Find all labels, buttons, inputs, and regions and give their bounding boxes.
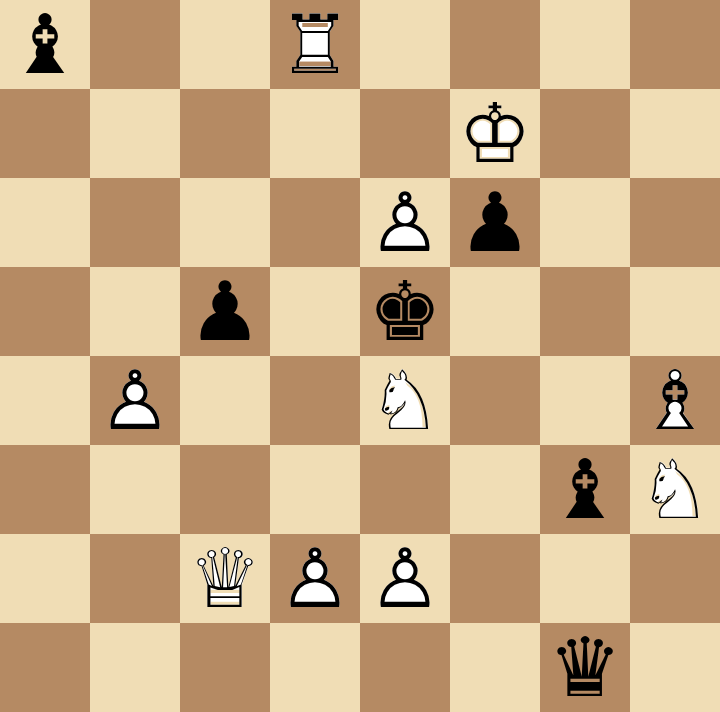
square-e7[interactable] [360,89,450,178]
square-c2[interactable]: ♛♕ [180,534,270,623]
square-d6[interactable] [270,178,360,267]
queen-glyph: ♛ [540,623,630,712]
piece-white-rook[interactable]: ♜♖ [270,0,360,89]
piece-black-pawn[interactable]: ♟ [180,267,270,356]
knight-glyph-outline: ♘ [630,445,720,534]
chess-board: ♝♜♖♚♔♟♙♟♟♚♟♙♞♘♝♗♝♞♘♛♕♟♙♟♙♛ [0,0,720,712]
square-h4[interactable]: ♝♗ [630,356,720,445]
piece-white-pawn[interactable]: ♟♙ [90,356,180,445]
piece-black-bishop[interactable]: ♝ [0,0,90,89]
square-f3[interactable] [450,445,540,534]
chess-board-wrapper: ♝♜♖♚♔♟♙♟♟♚♟♙♞♘♝♗♝♞♘♛♕♟♙♟♙♛ [0,0,720,712]
square-f5[interactable] [450,267,540,356]
square-d8[interactable]: ♜♖ [270,0,360,89]
square-g4[interactable] [540,356,630,445]
pawn-glyph-outline: ♙ [90,356,180,445]
piece-black-king[interactable]: ♚ [360,267,450,356]
square-g7[interactable] [540,89,630,178]
king-glyph: ♚ [360,267,450,356]
square-h5[interactable] [630,267,720,356]
square-b1[interactable] [90,623,180,712]
square-f2[interactable] [450,534,540,623]
square-c1[interactable] [180,623,270,712]
square-e3[interactable] [360,445,450,534]
square-f8[interactable] [450,0,540,89]
piece-black-queen[interactable]: ♛ [540,623,630,712]
knight-glyph-outline: ♘ [360,356,450,445]
piece-black-pawn[interactable]: ♟ [450,178,540,267]
square-h8[interactable] [630,0,720,89]
square-c8[interactable] [180,0,270,89]
piece-black-bishop[interactable]: ♝ [540,445,630,534]
square-a7[interactable] [0,89,90,178]
piece-white-pawn[interactable]: ♟♙ [270,534,360,623]
square-a5[interactable] [0,267,90,356]
square-a3[interactable] [0,445,90,534]
square-g6[interactable] [540,178,630,267]
square-h2[interactable] [630,534,720,623]
square-h1[interactable] [630,623,720,712]
square-h6[interactable] [630,178,720,267]
square-b5[interactable] [90,267,180,356]
square-d2[interactable]: ♟♙ [270,534,360,623]
square-c3[interactable] [180,445,270,534]
square-b2[interactable] [90,534,180,623]
square-b8[interactable] [90,0,180,89]
square-a1[interactable] [0,623,90,712]
square-f1[interactable] [450,623,540,712]
king-glyph-outline: ♔ [450,89,540,178]
queen-glyph-outline: ♕ [180,534,270,623]
square-g5[interactable] [540,267,630,356]
pawn-glyph-outline: ♙ [360,178,450,267]
square-g2[interactable] [540,534,630,623]
piece-white-queen[interactable]: ♛♕ [180,534,270,623]
square-d1[interactable] [270,623,360,712]
square-e2[interactable]: ♟♙ [360,534,450,623]
square-g3[interactable]: ♝ [540,445,630,534]
square-a4[interactable] [0,356,90,445]
square-b3[interactable] [90,445,180,534]
square-g1[interactable]: ♛ [540,623,630,712]
square-c7[interactable] [180,89,270,178]
square-c4[interactable] [180,356,270,445]
square-e6[interactable]: ♟♙ [360,178,450,267]
rook-glyph-outline: ♖ [270,0,360,89]
square-a6[interactable] [0,178,90,267]
piece-white-knight[interactable]: ♞♘ [360,356,450,445]
square-d7[interactable] [270,89,360,178]
square-b4[interactable]: ♟♙ [90,356,180,445]
piece-white-bishop[interactable]: ♝♗ [630,356,720,445]
square-e4[interactable]: ♞♘ [360,356,450,445]
square-f6[interactable]: ♟ [450,178,540,267]
pawn-glyph-outline: ♙ [270,534,360,623]
square-f4[interactable] [450,356,540,445]
square-d3[interactable] [270,445,360,534]
square-a8[interactable]: ♝ [0,0,90,89]
bishop-glyph-outline: ♗ [630,356,720,445]
pawn-glyph-outline: ♙ [360,534,450,623]
square-a2[interactable] [0,534,90,623]
bishop-glyph: ♝ [0,0,90,89]
piece-white-king[interactable]: ♚♔ [450,89,540,178]
pawn-glyph: ♟ [180,267,270,356]
square-c6[interactable] [180,178,270,267]
square-e5[interactable]: ♚ [360,267,450,356]
pawn-glyph: ♟ [450,178,540,267]
piece-white-pawn[interactable]: ♟♙ [360,534,450,623]
square-c5[interactable]: ♟ [180,267,270,356]
bishop-glyph: ♝ [540,445,630,534]
square-d4[interactable] [270,356,360,445]
square-e1[interactable] [360,623,450,712]
square-h7[interactable] [630,89,720,178]
square-g8[interactable] [540,0,630,89]
square-e8[interactable] [360,0,450,89]
square-b7[interactable] [90,89,180,178]
piece-white-pawn[interactable]: ♟♙ [360,178,450,267]
square-b6[interactable] [90,178,180,267]
piece-white-knight[interactable]: ♞♘ [630,445,720,534]
square-f7[interactable]: ♚♔ [450,89,540,178]
square-d5[interactable] [270,267,360,356]
square-h3[interactable]: ♞♘ [630,445,720,534]
